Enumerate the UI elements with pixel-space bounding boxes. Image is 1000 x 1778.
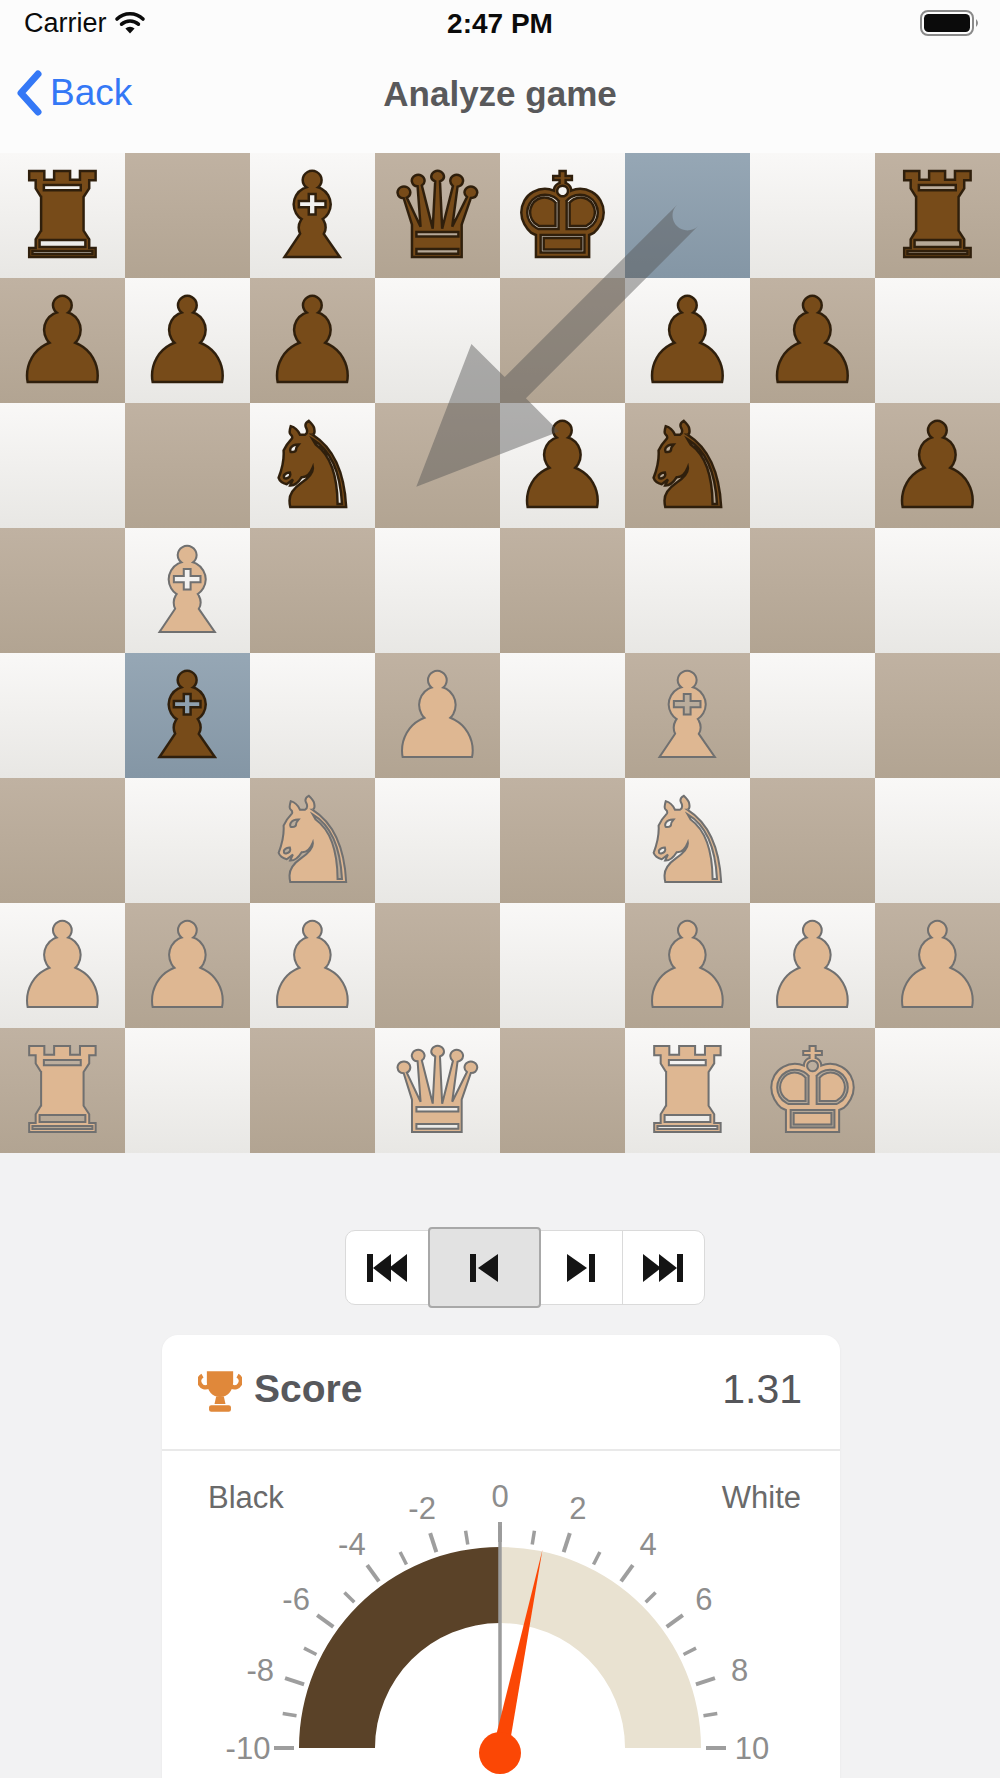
square-g6[interactable] — [750, 403, 875, 528]
square-a3[interactable] — [0, 778, 125, 903]
black-king: ♚ — [510, 157, 616, 275]
square-f6[interactable]: ♞ — [625, 403, 750, 528]
square-e3[interactable] — [500, 778, 625, 903]
square-e5[interactable] — [500, 528, 625, 653]
step-forward-icon — [567, 1253, 595, 1283]
square-b6[interactable] — [125, 403, 250, 528]
gauge-tick-label: -4 — [338, 1527, 366, 1562]
white-queen: ♛ — [385, 1032, 491, 1150]
black-pawn: ♟ — [135, 282, 241, 400]
gauge-tick-label: 0 — [491, 1479, 508, 1514]
square-g3[interactable] — [750, 778, 875, 903]
black-queen: ♛ — [385, 157, 491, 275]
square-g1[interactable]: ♚ — [750, 1028, 875, 1153]
square-h5[interactable] — [875, 528, 1000, 653]
square-h3[interactable] — [875, 778, 1000, 903]
white-pawn: ♟ — [635, 907, 741, 1025]
square-h6[interactable]: ♟ — [875, 403, 1000, 528]
square-c3[interactable]: ♞ — [250, 778, 375, 903]
square-a1[interactable]: ♜ — [0, 1028, 125, 1153]
gauge-tick — [532, 1531, 534, 1545]
square-e8[interactable]: ♚ — [500, 153, 625, 278]
square-b5[interactable]: ♝ — [125, 528, 250, 653]
square-f5[interactable] — [625, 528, 750, 653]
gauge-tick — [304, 1648, 316, 1654]
step-forward-button[interactable] — [540, 1231, 623, 1304]
black-pawn: ♟ — [10, 282, 116, 400]
white-pawn: ♟ — [260, 907, 366, 1025]
black-pawn: ♟ — [260, 282, 366, 400]
gauge-tick — [285, 1678, 304, 1684]
square-h1[interactable] — [875, 1028, 1000, 1153]
gauge-tick — [367, 1565, 379, 1581]
gauge-tick — [564, 1533, 570, 1552]
gauge-tick — [283, 1714, 297, 1716]
back-button[interactable]: Back — [16, 70, 132, 116]
gauge-tick — [621, 1565, 633, 1581]
gauge-tick — [667, 1615, 683, 1627]
square-a5[interactable] — [0, 528, 125, 653]
gauge-tick-label: -8 — [247, 1653, 275, 1688]
white-king: ♚ — [760, 1032, 866, 1150]
back-chevron-icon — [16, 70, 42, 116]
trophy-icon — [198, 1369, 242, 1415]
white-pawn: ♟ — [135, 907, 241, 1025]
square-e1[interactable] — [500, 1028, 625, 1153]
square-c5[interactable] — [250, 528, 375, 653]
gauge-tick — [684, 1648, 696, 1654]
gauge-tick — [317, 1615, 333, 1627]
skip-to-start-icon — [367, 1253, 407, 1283]
black-knight: ♞ — [635, 407, 741, 525]
square-a8[interactable]: ♜ — [0, 153, 125, 278]
white-knight: ♞ — [635, 782, 741, 900]
square-g4[interactable] — [750, 653, 875, 778]
skip-to-end-icon — [643, 1253, 683, 1283]
square-e7[interactable] — [500, 278, 625, 403]
square-c8[interactable]: ♝ — [250, 153, 375, 278]
square-b4[interactable]: ♝ — [125, 653, 250, 778]
black-pawn: ♟ — [885, 407, 991, 525]
square-c7[interactable]: ♟ — [250, 278, 375, 403]
gauge-tick — [696, 1678, 715, 1684]
white-bishop: ♝ — [135, 532, 241, 650]
white-pawn: ♟ — [385, 657, 491, 775]
time-label: 2:47 PM — [0, 8, 1000, 40]
square-c1[interactable] — [250, 1028, 375, 1153]
white-pawn: ♟ — [760, 907, 866, 1025]
square-f3[interactable]: ♞ — [625, 778, 750, 903]
step-back-icon — [470, 1253, 498, 1283]
square-c4[interactable] — [250, 653, 375, 778]
square-e6[interactable]: ♟ — [500, 403, 625, 528]
square-d4[interactable]: ♟ — [375, 653, 500, 778]
square-h7[interactable] — [875, 278, 1000, 403]
gauge-tick-label: 10 — [735, 1731, 769, 1766]
gauge-tick — [466, 1531, 468, 1545]
gauge-tick-label: -6 — [282, 1582, 310, 1617]
square-b3[interactable] — [125, 778, 250, 903]
square-d7[interactable] — [375, 278, 500, 403]
square-b7[interactable]: ♟ — [125, 278, 250, 403]
white-pawn: ♟ — [10, 907, 116, 1025]
square-d3[interactable] — [375, 778, 500, 903]
nav-bar: Back Analyze game — [0, 44, 1000, 153]
skip-to-end-button[interactable] — [623, 1231, 705, 1304]
black-rook: ♜ — [885, 157, 991, 275]
white-rook: ♜ — [635, 1032, 741, 1150]
gauge-needle-hub — [479, 1732, 521, 1774]
step-back-button[interactable] — [428, 1227, 542, 1308]
square-a7[interactable]: ♟ — [0, 278, 125, 403]
square-g8[interactable] — [750, 153, 875, 278]
score-label: Score — [254, 1367, 362, 1411]
gauge-tick — [594, 1552, 600, 1564]
white-bishop: ♝ — [635, 657, 741, 775]
phone-screen: Carrier 2:47 PM Back Analyze game — [0, 0, 1000, 1778]
square-e4[interactable] — [500, 653, 625, 778]
gauge-tick-label: -2 — [408, 1491, 436, 1526]
chess-board[interactable]: ♜♝♛♚♜♟♟♟♟♟♞♟♞♟♝♝♟♝♞♞♟♟♟♟♟♟♜♛♜♚ — [0, 153, 1000, 1153]
gauge-black-arc — [299, 1547, 500, 1748]
page-title: Analyze game — [250, 74, 750, 114]
square-f4[interactable]: ♝ — [625, 653, 750, 778]
square-h4[interactable] — [875, 653, 1000, 778]
square-b8[interactable] — [125, 153, 250, 278]
gauge-tick — [646, 1592, 656, 1602]
square-f2[interactable]: ♟ — [625, 903, 750, 1028]
gauge-tick — [703, 1714, 717, 1716]
playback-controls — [345, 1230, 705, 1305]
square-g5[interactable] — [750, 528, 875, 653]
black-bishop: ♝ — [260, 157, 366, 275]
gauge-tick-label: 2 — [569, 1491, 586, 1526]
battery-icon — [920, 10, 982, 36]
gauge-tick-label: 6 — [695, 1582, 712, 1617]
black-pawn: ♟ — [760, 282, 866, 400]
score-card: Score 1.31 Black White -10-8-6-4-2024681… — [162, 1335, 840, 1778]
square-a4[interactable] — [0, 653, 125, 778]
gauge-white-arc — [500, 1547, 701, 1748]
square-g7[interactable]: ♟ — [750, 278, 875, 403]
square-f8[interactable] — [625, 153, 750, 278]
square-d6[interactable] — [375, 403, 500, 528]
square-c6[interactable]: ♞ — [250, 403, 375, 528]
square-d8[interactable]: ♛ — [375, 153, 500, 278]
gauge-tick-label: 4 — [639, 1527, 656, 1562]
square-h2[interactable]: ♟ — [875, 903, 1000, 1028]
square-c2[interactable]: ♟ — [250, 903, 375, 1028]
gauge-tick — [344, 1592, 354, 1602]
white-rook: ♜ — [10, 1032, 116, 1150]
skip-to-start-button[interactable] — [346, 1231, 429, 1304]
square-b1[interactable] — [125, 1028, 250, 1153]
gauge-tick — [400, 1552, 406, 1564]
black-knight: ♞ — [260, 407, 366, 525]
score-value: 1.31 — [722, 1366, 802, 1413]
square-f1[interactable]: ♜ — [625, 1028, 750, 1153]
black-pawn: ♟ — [635, 282, 741, 400]
status-bar: Carrier 2:47 PM — [0, 0, 1000, 44]
top-chrome: Carrier 2:47 PM Back Analyze game — [0, 0, 1000, 153]
square-a6[interactable] — [0, 403, 125, 528]
gauge-tick-label: -10 — [226, 1731, 271, 1766]
white-knight: ♞ — [260, 782, 366, 900]
white-pawn: ♟ — [885, 907, 991, 1025]
square-a2[interactable]: ♟ — [0, 903, 125, 1028]
black-rook: ♜ — [10, 157, 116, 275]
square-h8[interactable]: ♜ — [875, 153, 1000, 278]
square-d1[interactable]: ♛ — [375, 1028, 500, 1153]
eval-gauge: -10-8-6-4-20246810 — [162, 1451, 840, 1778]
square-d2[interactable] — [375, 903, 500, 1028]
black-bishop: ♝ — [135, 657, 241, 775]
square-f7[interactable]: ♟ — [625, 278, 750, 403]
gauge-tick-label: 8 — [731, 1653, 748, 1688]
square-g2[interactable]: ♟ — [750, 903, 875, 1028]
gauge-tick — [430, 1533, 436, 1552]
score-card-header: Score 1.31 — [162, 1335, 840, 1451]
back-label: Back — [50, 72, 132, 114]
square-e2[interactable] — [500, 903, 625, 1028]
black-pawn: ♟ — [510, 407, 616, 525]
square-b2[interactable]: ♟ — [125, 903, 250, 1028]
square-d5[interactable] — [375, 528, 500, 653]
